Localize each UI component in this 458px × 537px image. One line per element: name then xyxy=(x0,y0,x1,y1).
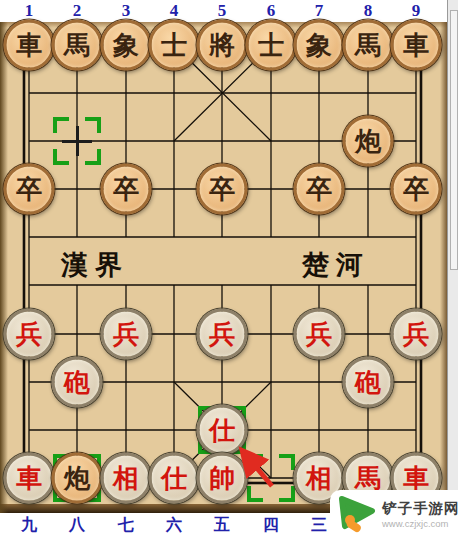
piece-red-soldier-5[interactable]: 兵 xyxy=(391,309,442,360)
file-label-bottom-5: 五 xyxy=(214,515,230,536)
piece-red-soldier-3[interactable]: 兵 xyxy=(197,309,248,360)
file-label-bottom-7: 三 xyxy=(311,515,327,536)
piece-red-chariot-left[interactable]: 車 xyxy=(4,453,55,504)
piece-red-soldier-2[interactable]: 兵 xyxy=(101,309,152,360)
piece-black-soldier-5[interactable]: 卒 xyxy=(391,164,442,215)
piece-black-chariot-right[interactable]: 車 xyxy=(391,20,442,71)
piece-black-soldier-4[interactable]: 卒 xyxy=(294,164,345,215)
piece-red-advisor-moved[interactable]: 仕 xyxy=(197,405,248,456)
piece-black-advisor-left[interactable]: 士 xyxy=(149,20,200,71)
piece-red-cannon-right[interactable]: 砲 xyxy=(343,357,394,408)
piece-black-horse-left[interactable]: 馬 xyxy=(52,20,103,71)
watermark-site-name: 铲子手游网 xyxy=(382,499,458,518)
piece-black-elephant-left[interactable]: 象 xyxy=(101,20,152,71)
piece-red-general[interactable]: 帥 xyxy=(197,453,248,504)
piece-red-soldier-1[interactable]: 兵 xyxy=(4,309,55,360)
piece-black-general[interactable]: 將 xyxy=(197,20,248,71)
file-label-bottom-3: 七 xyxy=(118,515,134,536)
file-label-top-3: 3 xyxy=(122,1,131,21)
piece-red-advisor-left[interactable]: 仕 xyxy=(149,453,200,504)
piece-black-chariot-left[interactable]: 車 xyxy=(4,20,55,71)
file-label-top-7: 7 xyxy=(315,1,324,21)
file-label-bottom-2: 八 xyxy=(69,515,85,536)
watermark-overlay: 铲子手游网 www.czjxjc.com xyxy=(330,490,458,537)
xiangqi-app: 123456789 漢界 楚河 車馬象士將士象馬車炮卒卒卒卒卒兵兵兵兵兵砲砲仕車… xyxy=(0,0,458,537)
river-label-left: 漢界 xyxy=(61,247,129,283)
crosshair-cursor xyxy=(62,126,92,156)
piece-red-soldier-4[interactable]: 兵 xyxy=(294,309,345,360)
piece-black-cannon-left[interactable]: 炮 xyxy=(52,453,103,504)
file-label-top-4: 4 xyxy=(170,1,179,21)
file-label-top-1: 1 xyxy=(25,1,34,21)
watermark-site-url: www.czjxjc.com xyxy=(382,518,458,529)
file-label-top-8: 8 xyxy=(364,1,373,21)
piece-black-horse-right[interactable]: 馬 xyxy=(343,20,394,71)
piece-red-cannon-left[interactable]: 砲 xyxy=(52,357,103,408)
piece-black-cannon-right[interactable]: 炮 xyxy=(343,116,394,167)
file-label-bottom-4: 六 xyxy=(166,515,182,536)
scrollbar-thumb[interactable] xyxy=(450,10,458,270)
file-label-top-6: 6 xyxy=(267,1,276,21)
xiangqi-board[interactable]: 漢界 楚河 車馬象士將士象馬車炮卒卒卒卒卒兵兵兵兵兵砲砲仕車炮相仕帥相馬車 xyxy=(0,22,448,513)
highlight-bracket xyxy=(247,454,295,502)
piece-red-elephant-left[interactable]: 相 xyxy=(101,453,152,504)
file-label-top-5: 5 xyxy=(218,1,227,21)
right-scrollbar-strip[interactable] xyxy=(447,0,458,537)
file-label-top-9: 9 xyxy=(412,1,421,21)
piece-black-elephant-right[interactable]: 象 xyxy=(294,20,345,71)
piece-black-soldier-2[interactable]: 卒 xyxy=(101,164,152,215)
piece-black-soldier-1[interactable]: 卒 xyxy=(4,164,55,215)
file-label-top-2: 2 xyxy=(73,1,82,21)
play-logo-icon xyxy=(334,494,380,534)
file-label-bottom-1: 九 xyxy=(21,515,37,536)
river-label-right: 楚河 xyxy=(302,247,370,283)
piece-black-advisor-right[interactable]: 士 xyxy=(246,20,297,71)
piece-black-soldier-3[interactable]: 卒 xyxy=(197,164,248,215)
file-label-bottom-6: 四 xyxy=(263,515,279,536)
